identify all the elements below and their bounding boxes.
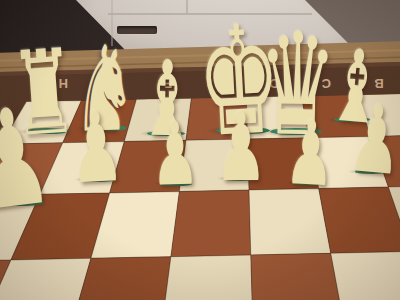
pawn-glyph: ♟ bbox=[150, 111, 200, 199]
pawn-glyph: ♟ bbox=[67, 98, 126, 198]
pieces-layer: ♜♞♝♚♛♝♟♟♟♟♟♟ bbox=[0, 0, 400, 300]
pawn-glyph: ♟ bbox=[215, 100, 268, 195]
pawn-glyph: ♟ bbox=[346, 93, 400, 190]
chessboard-photo-scene: HGFEDCB ♜♞♝♚♛♝♟♟♟♟♟♟ bbox=[0, 0, 400, 300]
pawn-glyph: ♟ bbox=[283, 108, 337, 199]
